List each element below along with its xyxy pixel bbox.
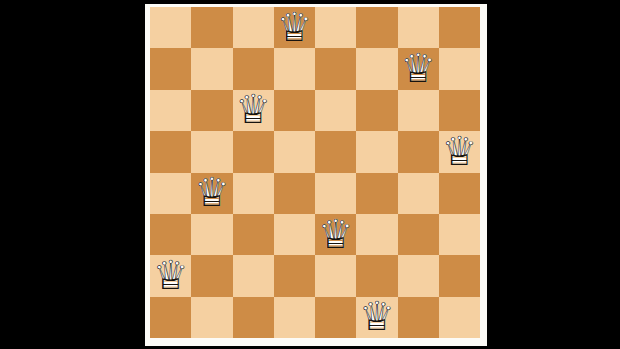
square-h4[interactable] xyxy=(439,173,480,214)
white-queen-h5[interactable]: ♛♕ xyxy=(439,131,480,172)
square-g5[interactable] xyxy=(398,131,439,172)
chess-board: ♛♕♛♕♛♕♛♕♛♕♛♕♛♕♛♕ xyxy=(150,7,480,338)
square-a5[interactable] xyxy=(150,131,191,172)
square-c3[interactable] xyxy=(233,214,274,255)
square-h6[interactable] xyxy=(439,90,480,131)
white-queen-glyph-fill: ♛ xyxy=(400,48,436,88)
white-queen-glyph-outline: ♕ xyxy=(153,255,189,295)
square-h1[interactable] xyxy=(439,297,480,338)
white-queen-glyph-fill: ♛ xyxy=(359,296,395,336)
square-b7[interactable] xyxy=(191,48,232,89)
square-c4[interactable] xyxy=(233,173,274,214)
square-c7[interactable] xyxy=(233,48,274,89)
square-f5[interactable] xyxy=(356,131,397,172)
square-h2[interactable] xyxy=(439,255,480,296)
square-g6[interactable] xyxy=(398,90,439,131)
square-e3[interactable]: ♛♕ xyxy=(315,214,356,255)
square-c2[interactable] xyxy=(233,255,274,296)
square-a4[interactable] xyxy=(150,173,191,214)
white-queen-glyph-outline: ♕ xyxy=(276,6,312,46)
square-f8[interactable] xyxy=(356,7,397,48)
square-a1[interactable] xyxy=(150,297,191,338)
white-queen-glyph-fill: ♛ xyxy=(235,89,271,129)
white-queen-c6[interactable]: ♛♕ xyxy=(233,90,274,131)
board-frame: ♛♕♛♕♛♕♛♕♛♕♛♕♛♕♛♕ xyxy=(145,4,487,346)
square-f7[interactable] xyxy=(356,48,397,89)
square-e1[interactable] xyxy=(315,297,356,338)
white-queen-glyph-outline: ♕ xyxy=(400,48,436,88)
square-d1[interactable] xyxy=(274,297,315,338)
square-d6[interactable] xyxy=(274,90,315,131)
white-queen-glyph-outline: ♕ xyxy=(235,89,271,129)
square-h3[interactable] xyxy=(439,214,480,255)
square-e2[interactable] xyxy=(315,255,356,296)
square-e8[interactable] xyxy=(315,7,356,48)
square-c8[interactable] xyxy=(233,7,274,48)
square-d3[interactable] xyxy=(274,214,315,255)
square-d7[interactable] xyxy=(274,48,315,89)
square-e6[interactable] xyxy=(315,90,356,131)
square-b8[interactable] xyxy=(191,7,232,48)
square-b2[interactable] xyxy=(191,255,232,296)
square-f1[interactable]: ♛♕ xyxy=(356,297,397,338)
square-c6[interactable]: ♛♕ xyxy=(233,90,274,131)
square-g2[interactable] xyxy=(398,255,439,296)
square-e7[interactable] xyxy=(315,48,356,89)
white-queen-d8[interactable]: ♛♕ xyxy=(274,7,315,48)
square-b5[interactable] xyxy=(191,131,232,172)
square-f4[interactable] xyxy=(356,173,397,214)
square-g3[interactable] xyxy=(398,214,439,255)
square-a2[interactable]: ♛♕ xyxy=(150,255,191,296)
square-b4[interactable]: ♛♕ xyxy=(191,173,232,214)
square-c1[interactable] xyxy=(233,297,274,338)
white-queen-glyph-fill: ♛ xyxy=(153,255,189,295)
white-queen-f1[interactable]: ♛♕ xyxy=(356,297,397,338)
white-queen-glyph-fill: ♛ xyxy=(441,131,477,171)
square-a8[interactable] xyxy=(150,7,191,48)
square-h5[interactable]: ♛♕ xyxy=(439,131,480,172)
square-b3[interactable] xyxy=(191,214,232,255)
square-c5[interactable] xyxy=(233,131,274,172)
white-queen-a2[interactable]: ♛♕ xyxy=(150,255,191,296)
white-queen-glyph-outline: ♕ xyxy=(441,131,477,171)
square-g4[interactable] xyxy=(398,173,439,214)
letterbox-background: ♛♕♛♕♛♕♛♕♛♕♛♕♛♕♛♕ xyxy=(0,0,620,349)
square-g7[interactable]: ♛♕ xyxy=(398,48,439,89)
square-f2[interactable] xyxy=(356,255,397,296)
square-f6[interactable] xyxy=(356,90,397,131)
square-h7[interactable] xyxy=(439,48,480,89)
square-g1[interactable] xyxy=(398,297,439,338)
square-e4[interactable] xyxy=(315,173,356,214)
square-a3[interactable] xyxy=(150,214,191,255)
square-e5[interactable] xyxy=(315,131,356,172)
square-h8[interactable] xyxy=(439,7,480,48)
square-d5[interactable] xyxy=(274,131,315,172)
white-queen-g7[interactable]: ♛♕ xyxy=(398,48,439,89)
square-g8[interactable] xyxy=(398,7,439,48)
square-d8[interactable]: ♛♕ xyxy=(274,7,315,48)
square-d2[interactable] xyxy=(274,255,315,296)
white-queen-b4[interactable]: ♛♕ xyxy=(191,173,232,214)
square-a6[interactable] xyxy=(150,90,191,131)
square-d4[interactable] xyxy=(274,173,315,214)
white-queen-glyph-outline: ♕ xyxy=(318,213,354,253)
white-queen-glyph-fill: ♛ xyxy=(194,172,230,212)
square-b6[interactable] xyxy=(191,90,232,131)
white-queen-glyph-outline: ♕ xyxy=(194,172,230,212)
white-queen-glyph-fill: ♛ xyxy=(318,213,354,253)
square-b1[interactable] xyxy=(191,297,232,338)
white-queen-e3[interactable]: ♛♕ xyxy=(315,214,356,255)
square-a7[interactable] xyxy=(150,48,191,89)
white-queen-glyph-fill: ♛ xyxy=(276,6,312,46)
white-queen-glyph-outline: ♕ xyxy=(359,296,395,336)
square-f3[interactable] xyxy=(356,214,397,255)
